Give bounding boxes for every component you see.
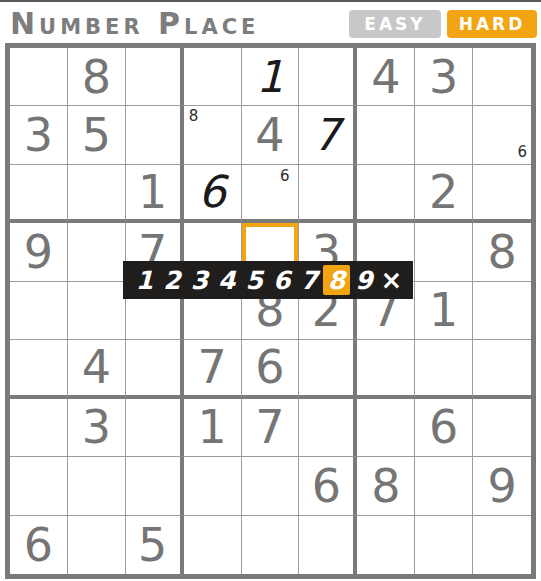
cell-r8c2[interactable]: [68, 457, 126, 515]
given-digit: 8: [487, 229, 516, 275]
pencil-mark: 6: [517, 145, 527, 160]
cell-r1c6[interactable]: [299, 48, 357, 106]
given-digit: 2: [429, 169, 458, 215]
cell-r5c1[interactable]: [10, 282, 68, 340]
cell-r7c5[interactable]: 7: [242, 399, 300, 457]
cell-r6c5[interactable]: 6: [242, 340, 300, 398]
given-digit: 6: [429, 404, 458, 450]
user-digit: 6: [198, 170, 226, 214]
cell-r7c4[interactable]: 1: [184, 399, 242, 457]
cell-r8c4[interactable]: [184, 457, 242, 515]
cell-r1c9[interactable]: [473, 48, 531, 106]
given-digit: 4: [371, 54, 400, 100]
cell-r8c6[interactable]: 6: [299, 457, 357, 515]
given-digit: 9: [487, 463, 516, 509]
cell-r6c7[interactable]: [357, 340, 415, 398]
cell-r2c7[interactable]: [357, 106, 415, 164]
cell-r6c8[interactable]: [415, 340, 473, 398]
given-digit: 6: [312, 463, 341, 509]
picker-digit-3[interactable]: 3: [186, 265, 213, 295]
picker-digit-4[interactable]: 4: [213, 265, 240, 295]
cell-r6c3[interactable]: [126, 340, 184, 398]
cell-r1c5[interactable]: 1: [242, 48, 300, 106]
cell-r6c6[interactable]: [299, 340, 357, 398]
given-digit: 8: [82, 54, 111, 100]
cell-r6c4[interactable]: 7: [184, 340, 242, 398]
given-digit: 6: [255, 344, 284, 390]
cell-r1c4[interactable]: [184, 48, 242, 106]
cell-r2c5[interactable]: 4: [242, 106, 300, 164]
cell-r8c3[interactable]: [126, 457, 184, 515]
cell-r9c1[interactable]: 6: [10, 516, 68, 574]
picker-digit-1[interactable]: 1: [131, 265, 158, 295]
cell-r9c9[interactable]: [473, 516, 531, 574]
given-digit: 7: [197, 344, 226, 390]
picker-digit-9[interactable]: 9: [351, 265, 378, 295]
cell-r3c4[interactable]: 6: [184, 165, 242, 223]
picker-digit-8[interactable]: 8: [323, 265, 350, 295]
picker-digit-2[interactable]: 2: [158, 265, 185, 295]
cell-r1c2[interactable]: 8: [68, 48, 126, 106]
pencil-mark: 8: [189, 109, 199, 124]
cell-r7c6[interactable]: [299, 399, 357, 457]
hard-button[interactable]: HARD: [447, 10, 537, 38]
cell-r9c7[interactable]: [357, 516, 415, 574]
cell-r8c5[interactable]: [242, 457, 300, 515]
given-digit: 6: [24, 522, 53, 568]
given-digit: 7: [255, 404, 284, 450]
cell-r2c2[interactable]: 5: [68, 106, 126, 164]
given-digit: 1: [197, 404, 226, 450]
picker-digit-5[interactable]: 5: [241, 265, 268, 295]
number-picker-popup: 123456789×: [123, 261, 413, 299]
cell-r3c8[interactable]: 2: [415, 165, 473, 223]
cell-r4c1[interactable]: 9: [10, 223, 68, 281]
sudoku-board: 8143358476166297388271476317668965: [5, 43, 536, 579]
cell-r8c7[interactable]: 8: [357, 457, 415, 515]
given-digit: 5: [82, 112, 111, 158]
easy-button[interactable]: EASY: [349, 10, 441, 38]
cell-r4c9[interactable]: 8: [473, 223, 531, 281]
cell-r7c7[interactable]: [357, 399, 415, 457]
cell-r4c8[interactable]: [415, 223, 473, 281]
cell-r2c1[interactable]: 3: [10, 106, 68, 164]
cell-r2c9[interactable]: 6: [473, 106, 531, 164]
cell-r9c6[interactable]: [299, 516, 357, 574]
user-digit: 1: [256, 55, 284, 99]
given-digit: 1: [138, 169, 167, 215]
cell-r7c2[interactable]: 3: [68, 399, 126, 457]
cell-r5c9[interactable]: [473, 282, 531, 340]
cell-r2c4[interactable]: 8: [184, 106, 242, 164]
cell-r8c9[interactable]: 9: [473, 457, 531, 515]
cell-r2c8[interactable]: [415, 106, 473, 164]
cell-r7c8[interactable]: 6: [415, 399, 473, 457]
cell-r3c9[interactable]: [473, 165, 531, 223]
cell-r6c9[interactable]: [473, 340, 531, 398]
pencil-mark: 6: [280, 169, 290, 184]
cell-r5c8[interactable]: 1: [415, 282, 473, 340]
cell-r9c8[interactable]: [415, 516, 473, 574]
cell-r3c7[interactable]: [357, 165, 415, 223]
picker-close-icon[interactable]: ×: [378, 265, 405, 295]
cell-r9c4[interactable]: [184, 516, 242, 574]
given-digit: 3: [429, 54, 458, 100]
cell-r3c2[interactable]: [68, 165, 126, 223]
given-digit: 5: [138, 522, 167, 568]
given-digit: 4: [82, 344, 111, 390]
picker-digit-6[interactable]: 6: [268, 265, 295, 295]
cell-r8c1[interactable]: [10, 457, 68, 515]
cell-r9c5[interactable]: [242, 516, 300, 574]
cell-r1c8[interactable]: 3: [415, 48, 473, 106]
given-digit: 4: [255, 112, 284, 158]
user-digit: 7: [312, 113, 340, 157]
cell-r7c3[interactable]: [126, 399, 184, 457]
cell-r3c1[interactable]: [10, 165, 68, 223]
cell-r9c2[interactable]: [68, 516, 126, 574]
top-rule: [0, 0, 541, 2]
picker-digit-7[interactable]: 7: [296, 265, 323, 295]
cell-r4c2[interactable]: [68, 223, 126, 281]
cell-r2c3[interactable]: [126, 106, 184, 164]
cell-r8c8[interactable]: [415, 457, 473, 515]
cell-r7c1[interactable]: [10, 399, 68, 457]
cell-r1c1[interactable]: [10, 48, 68, 106]
cell-r1c3[interactable]: [126, 48, 184, 106]
cell-r3c6[interactable]: [299, 165, 357, 223]
given-digit: 9: [24, 229, 53, 275]
cell-r7c9[interactable]: [473, 399, 531, 457]
cell-r1c7[interactable]: 4: [357, 48, 415, 106]
cell-r6c2[interactable]: 4: [68, 340, 126, 398]
cell-r3c5[interactable]: 6: [242, 165, 300, 223]
cell-r9c3[interactable]: 5: [126, 516, 184, 574]
cell-r6c1[interactable]: [10, 340, 68, 398]
given-digit: 3: [82, 404, 111, 450]
given-digit: 3: [24, 112, 53, 158]
given-digit: 8: [371, 463, 400, 509]
page-title: Number Place: [10, 6, 259, 41]
cell-r3c3[interactable]: 1: [126, 165, 184, 223]
given-digit: 1: [429, 287, 458, 333]
cell-r5c2[interactable]: [68, 282, 126, 340]
cell-r2c6[interactable]: 7: [299, 106, 357, 164]
